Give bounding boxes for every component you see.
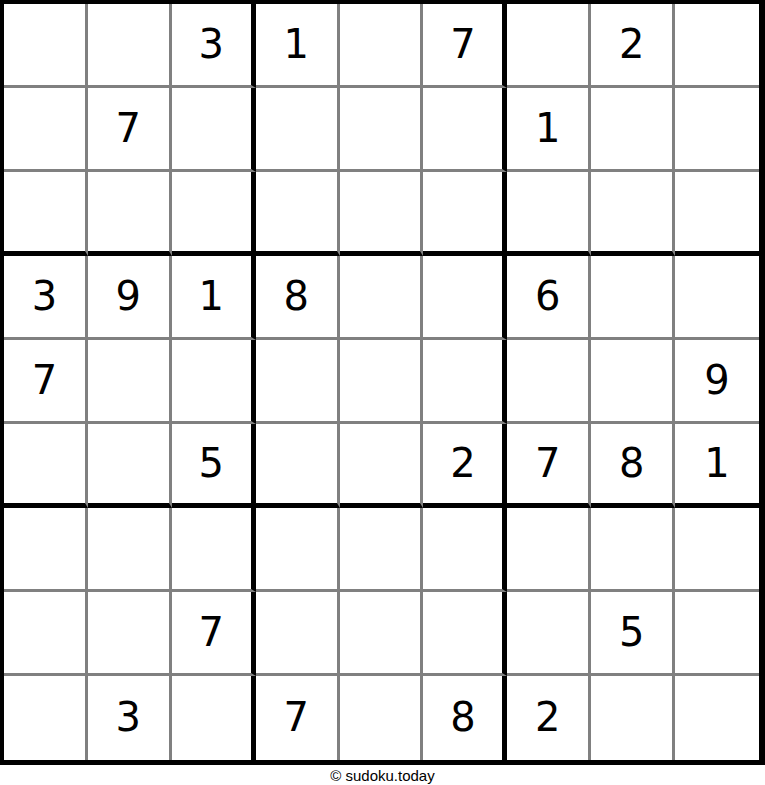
cell-r9c7[interactable]: 2 [507, 676, 591, 760]
cell-r5c8[interactable] [591, 340, 675, 424]
cell-r3c4[interactable] [256, 172, 340, 256]
given-digit: 8 [450, 697, 475, 737]
cell-r1c5[interactable] [340, 4, 424, 88]
cell-r6c5[interactable] [340, 424, 424, 508]
cell-r4c8[interactable] [591, 256, 675, 340]
cell-r1c6[interactable]: 7 [423, 4, 507, 88]
cell-r8c1[interactable] [4, 592, 88, 676]
cell-r3c9[interactable] [675, 172, 759, 256]
given-digit: 2 [535, 697, 560, 737]
cell-r6c6[interactable]: 2 [423, 424, 507, 508]
cell-r1c7[interactable] [507, 4, 591, 88]
cell-r7c3[interactable] [172, 508, 256, 592]
cell-r9c4[interactable]: 7 [256, 676, 340, 760]
cell-r9c2[interactable]: 3 [88, 676, 172, 760]
cell-r6c1[interactable] [4, 424, 88, 508]
given-digit: 1 [704, 443, 729, 483]
cell-r5c4[interactable] [256, 340, 340, 424]
given-digit: 7 [450, 24, 475, 64]
cell-r3c8[interactable] [591, 172, 675, 256]
cell-r2c3[interactable] [172, 88, 256, 172]
cell-r4c9[interactable] [675, 256, 759, 340]
cell-r5c7[interactable] [507, 340, 591, 424]
cell-r6c7[interactable]: 7 [507, 424, 591, 508]
cell-r8c2[interactable] [88, 592, 172, 676]
cell-r2c9[interactable] [675, 88, 759, 172]
cell-r6c3[interactable]: 5 [172, 424, 256, 508]
cell-r6c4[interactable] [256, 424, 340, 508]
cell-r7c2[interactable] [88, 508, 172, 592]
given-digit: 3 [116, 697, 141, 737]
cell-r8c3[interactable]: 7 [172, 592, 256, 676]
given-digit: 3 [198, 24, 223, 64]
cell-r9c3[interactable] [172, 676, 256, 760]
cell-r2c5[interactable] [340, 88, 424, 172]
cell-r7c8[interactable] [591, 508, 675, 592]
sudoku-page: 317271391867952781753782 © sudoku.today [0, 0, 765, 785]
given-digit: 9 [704, 360, 729, 400]
cell-r4c2[interactable]: 9 [88, 256, 172, 340]
given-digit: 7 [535, 443, 560, 483]
cell-r5c6[interactable] [423, 340, 507, 424]
given-digit: 7 [116, 108, 141, 148]
given-digit: 5 [198, 443, 223, 483]
cell-r7c1[interactable] [4, 508, 88, 592]
cell-r8c9[interactable] [675, 592, 759, 676]
cell-r3c5[interactable] [340, 172, 424, 256]
given-digit: 1 [283, 24, 308, 64]
cell-r1c1[interactable] [4, 4, 88, 88]
cell-r2c6[interactable] [423, 88, 507, 172]
cell-r1c3[interactable]: 3 [172, 4, 256, 88]
cell-r1c9[interactable] [675, 4, 759, 88]
cell-r5c3[interactable] [172, 340, 256, 424]
given-digit: 3 [32, 276, 57, 316]
cell-r6c9[interactable]: 1 [675, 424, 759, 508]
given-digit: 1 [535, 108, 560, 148]
cell-r7c9[interactable] [675, 508, 759, 592]
cell-r3c7[interactable] [507, 172, 591, 256]
given-digit: 2 [450, 443, 475, 483]
cell-r5c2[interactable] [88, 340, 172, 424]
cell-r4c6[interactable] [423, 256, 507, 340]
cell-r3c3[interactable] [172, 172, 256, 256]
given-digit: 7 [283, 697, 308, 737]
cell-r7c6[interactable] [423, 508, 507, 592]
cell-r1c4[interactable]: 1 [256, 4, 340, 88]
cell-r4c7[interactable]: 6 [507, 256, 591, 340]
cell-r9c5[interactable] [340, 676, 424, 760]
cell-r3c6[interactable] [423, 172, 507, 256]
cell-r2c1[interactable] [4, 88, 88, 172]
cell-r6c8[interactable]: 8 [591, 424, 675, 508]
credit-text: © sudoku.today [0, 765, 765, 785]
given-digit: 8 [283, 276, 308, 316]
cell-r4c4[interactable]: 8 [256, 256, 340, 340]
cell-r2c7[interactable]: 1 [507, 88, 591, 172]
cell-r5c9[interactable]: 9 [675, 340, 759, 424]
cell-r4c1[interactable]: 3 [4, 256, 88, 340]
cell-r9c9[interactable] [675, 676, 759, 760]
cell-r3c2[interactable] [88, 172, 172, 256]
given-digit: 6 [535, 276, 560, 316]
cell-r7c4[interactable] [256, 508, 340, 592]
cell-r4c3[interactable]: 1 [172, 256, 256, 340]
given-digit: 2 [619, 24, 644, 64]
cell-r6c2[interactable] [88, 424, 172, 508]
cell-r8c7[interactable] [507, 592, 591, 676]
given-digit: 1 [198, 276, 223, 316]
cell-r8c5[interactable] [340, 592, 424, 676]
cell-r2c8[interactable] [591, 88, 675, 172]
cell-r9c8[interactable] [591, 676, 675, 760]
cell-r5c5[interactable] [340, 340, 424, 424]
cell-r7c5[interactable] [340, 508, 424, 592]
cell-r8c6[interactable] [423, 592, 507, 676]
cell-r9c1[interactable] [4, 676, 88, 760]
given-digit: 8 [619, 443, 644, 483]
sudoku-board: 317271391867952781753782 [0, 0, 765, 765]
cell-r2c4[interactable] [256, 88, 340, 172]
cell-r7c7[interactable] [507, 508, 591, 592]
cell-r5c1[interactable]: 7 [4, 340, 88, 424]
cell-r9c6[interactable]: 8 [423, 676, 507, 760]
given-digit: 5 [619, 612, 644, 652]
cell-r2c2[interactable]: 7 [88, 88, 172, 172]
cell-r8c4[interactable] [256, 592, 340, 676]
cell-r4c5[interactable] [340, 256, 424, 340]
given-digit: 7 [198, 612, 223, 652]
cell-r1c2[interactable] [88, 4, 172, 88]
cell-r1c8[interactable]: 2 [591, 4, 675, 88]
given-digit: 9 [116, 276, 141, 316]
given-digit: 7 [32, 360, 57, 400]
cell-r8c8[interactable]: 5 [591, 592, 675, 676]
cell-r3c1[interactable] [4, 172, 88, 256]
